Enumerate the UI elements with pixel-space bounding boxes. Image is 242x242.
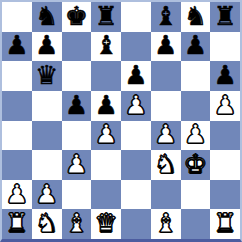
square-e4[interactable] xyxy=(121,121,151,151)
white-pawn-h5[interactable]: ♟ xyxy=(213,92,236,118)
square-f1[interactable]: ♝ xyxy=(151,209,181,239)
black-queen-b6[interactable]: ♛ xyxy=(35,62,58,88)
square-f5[interactable] xyxy=(151,91,181,121)
square-f4[interactable]: ♟ xyxy=(151,121,181,151)
black-rook-h8[interactable]: ♜ xyxy=(213,3,236,29)
square-h5[interactable]: ♟ xyxy=(210,91,240,121)
white-bishop-f1[interactable]: ♝ xyxy=(154,210,177,236)
square-d5[interactable]: ♟ xyxy=(91,91,121,121)
white-rook-a1[interactable]: ♜ xyxy=(5,210,28,236)
white-pawn-d4[interactable]: ♟ xyxy=(94,121,117,147)
square-g6[interactable] xyxy=(181,61,211,91)
square-e6[interactable]: ♟ xyxy=(121,61,151,91)
black-pawn-c5[interactable]: ♟ xyxy=(65,92,88,118)
white-knight-f3[interactable]: ♞ xyxy=(154,151,177,177)
square-f2[interactable] xyxy=(151,180,181,210)
square-c5[interactable]: ♟ xyxy=(62,91,92,121)
square-f3[interactable]: ♞ xyxy=(151,150,181,180)
black-bishop-f8[interactable]: ♝ xyxy=(154,3,177,29)
square-c7[interactable] xyxy=(62,32,92,62)
square-h4[interactable] xyxy=(210,121,240,151)
square-f8[interactable]: ♝ xyxy=(151,2,181,32)
square-a5[interactable] xyxy=(2,91,32,121)
square-b2[interactable]: ♟ xyxy=(32,180,62,210)
square-d6[interactable] xyxy=(91,61,121,91)
white-pawn-b2[interactable]: ♟ xyxy=(35,181,58,207)
white-king-g3[interactable]: ♚ xyxy=(184,151,207,177)
square-c2[interactable] xyxy=(62,180,92,210)
square-f7[interactable]: ♟ xyxy=(151,32,181,62)
square-d2[interactable] xyxy=(91,180,121,210)
square-e3[interactable] xyxy=(121,150,151,180)
white-pawn-a2[interactable]: ♟ xyxy=(5,181,28,207)
black-rook-d8[interactable]: ♜ xyxy=(94,3,117,29)
square-h2[interactable] xyxy=(210,180,240,210)
square-a1[interactable]: ♜ xyxy=(2,209,32,239)
black-pawn-a7[interactable]: ♟ xyxy=(5,32,28,58)
square-e8[interactable] xyxy=(121,2,151,32)
white-rook-h1[interactable]: ♜ xyxy=(213,210,236,236)
square-e7[interactable] xyxy=(121,32,151,62)
square-h8[interactable]: ♜ xyxy=(210,2,240,32)
square-h7[interactable] xyxy=(210,32,240,62)
square-d7[interactable]: ♝ xyxy=(91,32,121,62)
black-pawn-e6[interactable]: ♟ xyxy=(124,62,147,88)
square-a4[interactable] xyxy=(2,121,32,151)
square-e1[interactable] xyxy=(121,209,151,239)
white-pawn-c3[interactable]: ♟ xyxy=(65,151,88,177)
square-h1[interactable]: ♜ xyxy=(210,209,240,239)
white-pawn-g4[interactable]: ♟ xyxy=(184,121,207,147)
black-pawn-g7[interactable]: ♟ xyxy=(184,32,207,58)
white-pawn-e5[interactable]: ♟ xyxy=(124,92,147,118)
square-c8[interactable]: ♚ xyxy=(62,2,92,32)
square-a3[interactable] xyxy=(2,150,32,180)
square-b3[interactable] xyxy=(32,150,62,180)
square-c6[interactable] xyxy=(62,61,92,91)
black-king-c8[interactable]: ♚ xyxy=(65,3,88,29)
white-pawn-f4[interactable]: ♟ xyxy=(154,121,177,147)
square-d3[interactable] xyxy=(91,150,121,180)
square-g3[interactable]: ♚ xyxy=(181,150,211,180)
square-g2[interactable] xyxy=(181,180,211,210)
square-h6[interactable]: ♟ xyxy=(210,61,240,91)
white-bishop-c1[interactable]: ♝ xyxy=(65,210,88,236)
square-g1[interactable] xyxy=(181,209,211,239)
chess-board: ♞♚♜♝♞♜♟♟♝♟♟♛♟♟♟♟♟♟♟♟♟♟♞♚♟♟♜♞♝♛♝♜ xyxy=(0,0,242,242)
square-c1[interactable]: ♝ xyxy=(62,209,92,239)
square-h3[interactable] xyxy=(210,150,240,180)
black-pawn-f7[interactable]: ♟ xyxy=(154,32,177,58)
square-b8[interactable]: ♞ xyxy=(32,2,62,32)
square-g7[interactable]: ♟ xyxy=(181,32,211,62)
square-g8[interactable]: ♞ xyxy=(181,2,211,32)
square-a7[interactable]: ♟ xyxy=(2,32,32,62)
square-e2[interactable] xyxy=(121,180,151,210)
square-f6[interactable] xyxy=(151,61,181,91)
square-g4[interactable]: ♟ xyxy=(181,121,211,151)
black-pawn-d5[interactable]: ♟ xyxy=(94,92,117,118)
black-pawn-b7[interactable]: ♟ xyxy=(35,32,58,58)
square-b4[interactable] xyxy=(32,121,62,151)
square-g5[interactable] xyxy=(181,91,211,121)
square-d4[interactable]: ♟ xyxy=(91,121,121,151)
black-knight-g8[interactable]: ♞ xyxy=(184,3,207,29)
white-knight-b1[interactable]: ♞ xyxy=(35,210,58,236)
square-d8[interactable]: ♜ xyxy=(91,2,121,32)
black-bishop-d7[interactable]: ♝ xyxy=(94,32,117,58)
chess-board-grid: ♞♚♜♝♞♜♟♟♝♟♟♛♟♟♟♟♟♟♟♟♟♟♞♚♟♟♜♞♝♛♝♜ xyxy=(2,2,240,239)
white-queen-d1[interactable]: ♛ xyxy=(94,210,117,236)
square-a8[interactable] xyxy=(2,2,32,32)
square-b7[interactable]: ♟ xyxy=(32,32,62,62)
square-a6[interactable] xyxy=(2,61,32,91)
square-a2[interactable]: ♟ xyxy=(2,180,32,210)
square-c4[interactable] xyxy=(62,121,92,151)
square-d1[interactable]: ♛ xyxy=(91,209,121,239)
square-e5[interactable]: ♟ xyxy=(121,91,151,121)
black-knight-b8[interactable]: ♞ xyxy=(35,3,58,29)
square-b6[interactable]: ♛ xyxy=(32,61,62,91)
square-b5[interactable] xyxy=(32,91,62,121)
square-c3[interactable]: ♟ xyxy=(62,150,92,180)
square-b1[interactable]: ♞ xyxy=(32,209,62,239)
black-pawn-h6[interactable]: ♟ xyxy=(213,62,236,88)
